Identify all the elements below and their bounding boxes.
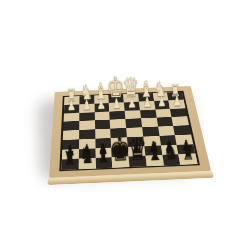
square-e8: ♚ xyxy=(112,157,130,168)
square-g4 xyxy=(79,120,95,130)
piece-white-knight: ♞ xyxy=(154,80,168,100)
square-f8: ♝ xyxy=(95,157,112,168)
piece-white-rook: ♜ xyxy=(170,82,182,99)
square-c8: ♝ xyxy=(145,155,163,166)
square-h8: ♜ xyxy=(62,159,79,170)
square-b7: ♟ xyxy=(160,145,178,156)
square-g6 xyxy=(79,139,95,149)
square-e7: ♟ xyxy=(111,147,128,158)
piece-white-bishop: ♝ xyxy=(94,80,109,102)
square-a7: ♟ xyxy=(177,144,196,155)
square-a4 xyxy=(172,116,189,125)
piece-white-bishop: ♝ xyxy=(138,78,153,100)
square-c4 xyxy=(141,118,158,128)
square-h7: ♟ xyxy=(62,149,79,160)
board-tilt-wrapper: ♜♞♝♚♛♝♞♜♟♟♟♟♟♟♟♟♟♟♟♟♟♟♟♟♜♞♝♚♛♝♞♜ xyxy=(0,0,250,250)
square-h4 xyxy=(63,121,79,131)
square-d4 xyxy=(125,118,142,128)
square-g3 xyxy=(79,112,94,121)
square-f4 xyxy=(94,120,110,130)
square-c7: ♟ xyxy=(144,145,162,156)
square-b8: ♞ xyxy=(162,154,181,165)
piece-white-rook: ♜ xyxy=(66,86,78,103)
square-g8: ♞ xyxy=(79,158,96,169)
piece-white-queen: ♛ xyxy=(122,74,140,101)
board-grid: ♜♞♝♚♛♝♞♜♟♟♟♟♟♟♟♟♟♟♟♟♟♟♟♟♜♞♝♚♛♝♞♜ xyxy=(59,91,200,172)
perspective-container: ♜♞♝♚♛♝♞♜♟♟♟♟♟♟♟♟♟♟♟♟♟♟♟♟♜♞♝♚♛♝♞♜ xyxy=(0,0,250,250)
square-b3 xyxy=(155,109,172,118)
square-f7: ♟ xyxy=(95,147,112,158)
product-photo-scene: ♜♞♝♚♛♝♞♜♟♟♟♟♟♟♟♟♟♟♟♟♟♟♟♟♜♞♝♚♛♝♞♜ xyxy=(0,0,250,250)
square-g7: ♟ xyxy=(79,148,96,159)
piece-black-pawn: ♟ xyxy=(181,138,191,153)
square-b4 xyxy=(156,117,173,127)
square-a8: ♜ xyxy=(179,154,198,165)
chess-board: ♜♞♝♚♛♝♞♜♟♟♟♟♟♟♟♟♟♟♟♟♟♟♟♟♜♞♝♚♛♝♞♜ xyxy=(49,86,211,178)
piece-black-rook: ♜ xyxy=(63,149,76,169)
square-e4 xyxy=(110,119,126,129)
piece-white-knight: ♞ xyxy=(79,83,93,103)
square-d8: ♛ xyxy=(129,156,147,167)
square-d7: ♟ xyxy=(128,146,146,157)
